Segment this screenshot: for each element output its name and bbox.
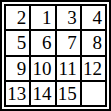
puzzle-frame: 213456789101112131415 <box>0 0 111 111</box>
tile-11[interactable]: 11 <box>57 57 80 80</box>
tile-6[interactable]: 6 <box>31 31 54 54</box>
empty-slot <box>82 82 105 105</box>
tile-1[interactable]: 1 <box>31 6 54 29</box>
tile-5[interactable]: 5 <box>6 31 29 54</box>
tile-10[interactable]: 10 <box>31 57 54 80</box>
tile-8[interactable]: 8 <box>82 31 105 54</box>
tile-14[interactable]: 14 <box>31 82 54 105</box>
tile-4[interactable]: 4 <box>82 6 105 29</box>
fifteen-puzzle-board: 213456789101112131415 <box>4 4 107 107</box>
tile-15[interactable]: 15 <box>57 82 80 105</box>
tile-12[interactable]: 12 <box>82 57 105 80</box>
tile-3[interactable]: 3 <box>57 6 80 29</box>
tile-9[interactable]: 9 <box>6 57 29 80</box>
tile-2[interactable]: 2 <box>6 6 29 29</box>
tile-13[interactable]: 13 <box>6 82 29 105</box>
tile-7[interactable]: 7 <box>57 31 80 54</box>
